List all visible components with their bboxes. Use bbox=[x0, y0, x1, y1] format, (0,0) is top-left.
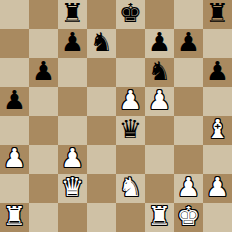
square-f1[interactable]: ♜ bbox=[145, 203, 174, 232]
square-c3[interactable]: ♟ bbox=[58, 145, 87, 174]
square-e4[interactable]: ♛ bbox=[116, 116, 145, 145]
white-pawn: ♟ bbox=[148, 86, 171, 115]
square-e6[interactable] bbox=[116, 58, 145, 87]
square-d8[interactable] bbox=[87, 0, 116, 29]
square-h4[interactable]: ♝ bbox=[203, 116, 232, 145]
square-f8[interactable] bbox=[145, 0, 174, 29]
square-f7[interactable]: ♟ bbox=[145, 29, 174, 58]
square-f3[interactable] bbox=[145, 145, 174, 174]
square-b2[interactable] bbox=[29, 174, 58, 203]
square-a6[interactable] bbox=[0, 58, 29, 87]
square-b7[interactable] bbox=[29, 29, 58, 58]
square-c1[interactable] bbox=[58, 203, 87, 232]
white-pawn: ♟ bbox=[119, 86, 142, 115]
chess-board: ♜♚♜♟♞♟♟♟♞♟♟♟♟♛♝♟♟♛♞♟♟♜♜♚ bbox=[0, 0, 232, 232]
black-king: ♚ bbox=[119, 0, 142, 28]
square-b1[interactable] bbox=[29, 203, 58, 232]
square-b3[interactable] bbox=[29, 145, 58, 174]
square-e1[interactable] bbox=[116, 203, 145, 232]
black-pawn: ♟ bbox=[3, 86, 26, 115]
square-a8[interactable] bbox=[0, 0, 29, 29]
white-king: ♚ bbox=[177, 202, 200, 231]
square-h7[interactable] bbox=[203, 29, 232, 58]
white-bishop: ♝ bbox=[206, 115, 229, 144]
square-g4[interactable] bbox=[174, 116, 203, 145]
square-c8[interactable]: ♜ bbox=[58, 0, 87, 29]
square-e2[interactable]: ♞ bbox=[116, 174, 145, 203]
square-a1[interactable]: ♜ bbox=[0, 203, 29, 232]
white-rook: ♜ bbox=[3, 202, 26, 231]
black-queen: ♛ bbox=[119, 115, 142, 144]
square-f6[interactable]: ♞ bbox=[145, 58, 174, 87]
square-b8[interactable] bbox=[29, 0, 58, 29]
square-c7[interactable]: ♟ bbox=[58, 29, 87, 58]
black-knight: ♞ bbox=[90, 28, 113, 57]
square-d2[interactable] bbox=[87, 174, 116, 203]
white-pawn: ♟ bbox=[206, 173, 229, 202]
square-a7[interactable] bbox=[0, 29, 29, 58]
square-e5[interactable]: ♟ bbox=[116, 87, 145, 116]
square-d3[interactable] bbox=[87, 145, 116, 174]
square-f5[interactable]: ♟ bbox=[145, 87, 174, 116]
square-e8[interactable]: ♚ bbox=[116, 0, 145, 29]
black-rook: ♜ bbox=[206, 0, 229, 28]
square-g2[interactable]: ♟ bbox=[174, 174, 203, 203]
square-h8[interactable]: ♜ bbox=[203, 0, 232, 29]
white-queen: ♛ bbox=[61, 173, 84, 202]
square-e7[interactable] bbox=[116, 29, 145, 58]
square-h5[interactable] bbox=[203, 87, 232, 116]
square-f4[interactable] bbox=[145, 116, 174, 145]
square-a3[interactable]: ♟ bbox=[0, 145, 29, 174]
square-c4[interactable] bbox=[58, 116, 87, 145]
black-knight: ♞ bbox=[148, 57, 171, 86]
square-f2[interactable] bbox=[145, 174, 174, 203]
white-rook: ♜ bbox=[148, 202, 171, 231]
square-h2[interactable]: ♟ bbox=[203, 174, 232, 203]
square-e3[interactable] bbox=[116, 145, 145, 174]
black-rook: ♜ bbox=[61, 0, 84, 28]
white-knight: ♞ bbox=[119, 173, 142, 202]
square-d6[interactable] bbox=[87, 58, 116, 87]
black-pawn: ♟ bbox=[177, 28, 200, 57]
white-pawn: ♟ bbox=[61, 144, 84, 173]
black-pawn: ♟ bbox=[206, 57, 229, 86]
square-g3[interactable] bbox=[174, 145, 203, 174]
square-d4[interactable] bbox=[87, 116, 116, 145]
square-a4[interactable] bbox=[0, 116, 29, 145]
square-g7[interactable]: ♟ bbox=[174, 29, 203, 58]
black-pawn: ♟ bbox=[32, 57, 55, 86]
black-pawn: ♟ bbox=[61, 28, 84, 57]
square-c2[interactable]: ♛ bbox=[58, 174, 87, 203]
white-pawn: ♟ bbox=[3, 144, 26, 173]
square-h6[interactable]: ♟ bbox=[203, 58, 232, 87]
square-d5[interactable] bbox=[87, 87, 116, 116]
square-b4[interactable] bbox=[29, 116, 58, 145]
square-g6[interactable] bbox=[174, 58, 203, 87]
square-h3[interactable] bbox=[203, 145, 232, 174]
square-c5[interactable] bbox=[58, 87, 87, 116]
square-d7[interactable]: ♞ bbox=[87, 29, 116, 58]
square-a2[interactable] bbox=[0, 174, 29, 203]
square-g5[interactable] bbox=[174, 87, 203, 116]
square-b5[interactable] bbox=[29, 87, 58, 116]
white-pawn: ♟ bbox=[177, 173, 200, 202]
square-a5[interactable]: ♟ bbox=[0, 87, 29, 116]
square-b6[interactable]: ♟ bbox=[29, 58, 58, 87]
square-c6[interactable] bbox=[58, 58, 87, 87]
square-g1[interactable]: ♚ bbox=[174, 203, 203, 232]
black-pawn: ♟ bbox=[148, 28, 171, 57]
square-d1[interactable] bbox=[87, 203, 116, 232]
square-h1[interactable] bbox=[203, 203, 232, 232]
square-g8[interactable] bbox=[174, 0, 203, 29]
